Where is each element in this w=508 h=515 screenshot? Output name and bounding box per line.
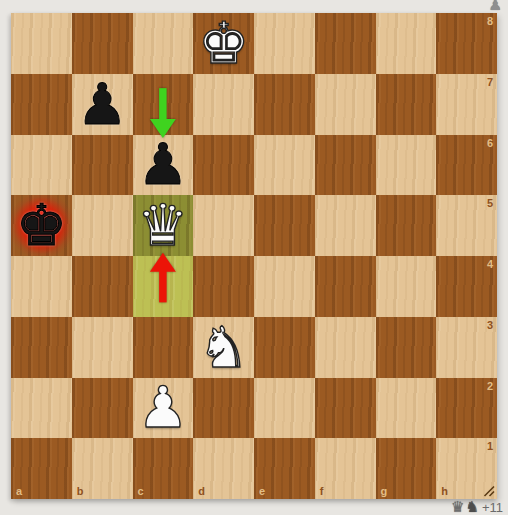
captured-pieces-top: ♟ (489, 0, 502, 13)
square-f6[interactable] (315, 135, 376, 196)
board-resize-handle[interactable] (483, 485, 495, 497)
file-label-d: d (198, 485, 205, 497)
chess-board[interactable]: ♚8♟7♟6♚♛54♞3♟2abcdefg1h (11, 13, 497, 499)
square-a1[interactable]: a (11, 438, 72, 499)
white-queen[interactable]: ♛ (133, 195, 194, 256)
square-b8[interactable] (72, 13, 133, 74)
square-g4[interactable] (376, 256, 437, 317)
square-h7[interactable]: 7 (436, 74, 497, 135)
square-e3[interactable] (254, 317, 315, 378)
square-g8[interactable] (376, 13, 437, 74)
square-c7[interactable] (133, 74, 194, 135)
square-e4[interactable] (254, 256, 315, 317)
square-c2[interactable]: ♟ (133, 378, 194, 439)
square-e7[interactable] (254, 74, 315, 135)
file-label-c: c (138, 485, 144, 497)
square-a6[interactable] (11, 135, 72, 196)
square-d8[interactable]: ♚ (193, 13, 254, 74)
square-h6[interactable]: 6 (436, 135, 497, 196)
square-d7[interactable] (193, 74, 254, 135)
rank-label-3: 3 (487, 319, 493, 331)
square-b4[interactable] (72, 256, 133, 317)
square-h2[interactable]: 2 (436, 378, 497, 439)
square-f4[interactable] (315, 256, 376, 317)
square-a7[interactable] (11, 74, 72, 135)
square-g3[interactable] (376, 317, 437, 378)
square-h4[interactable]: 4 (436, 256, 497, 317)
captured-queen-icon: ♛ (451, 500, 464, 515)
file-label-e: e (259, 485, 265, 497)
square-f1[interactable]: f (315, 438, 376, 499)
square-g6[interactable] (376, 135, 437, 196)
file-label-b: b (77, 485, 84, 497)
file-label-h: h (441, 485, 448, 497)
square-f5[interactable] (315, 195, 376, 256)
rank-label-5: 5 (487, 197, 493, 209)
square-e8[interactable] (254, 13, 315, 74)
square-d3[interactable]: ♞ (193, 317, 254, 378)
square-d4[interactable] (193, 256, 254, 317)
square-d1[interactable]: d (193, 438, 254, 499)
square-h8[interactable]: 8 (436, 13, 497, 74)
square-e5[interactable] (254, 195, 315, 256)
square-d5[interactable] (193, 195, 254, 256)
rank-label-2: 2 (487, 380, 493, 392)
square-a2[interactable] (11, 378, 72, 439)
file-label-a: a (16, 485, 22, 497)
rank-label-6: 6 (487, 137, 493, 149)
square-f2[interactable] (315, 378, 376, 439)
square-a8[interactable] (11, 13, 72, 74)
square-e6[interactable] (254, 135, 315, 196)
captured-knight-icon: ♞ (465, 500, 478, 515)
square-b3[interactable] (72, 317, 133, 378)
rank-label-4: 4 (487, 258, 493, 270)
file-label-f: f (320, 485, 324, 497)
square-b7[interactable]: ♟ (72, 74, 133, 135)
square-h5[interactable]: 5 (436, 195, 497, 256)
square-f8[interactable] (315, 13, 376, 74)
square-c8[interactable] (133, 13, 194, 74)
square-c3[interactable] (133, 317, 194, 378)
black-pawn[interactable]: ♟ (133, 135, 194, 196)
square-a5[interactable]: ♚ (11, 195, 72, 256)
white-king[interactable]: ♚ (193, 13, 254, 74)
square-a3[interactable] (11, 317, 72, 378)
square-b2[interactable] (72, 378, 133, 439)
square-h3[interactable]: 3 (436, 317, 497, 378)
square-e1[interactable]: e (254, 438, 315, 499)
square-b1[interactable]: b (72, 438, 133, 499)
white-knight[interactable]: ♞ (193, 317, 254, 378)
white-pawn[interactable]: ♟ (133, 378, 194, 439)
file-label-g: g (381, 485, 388, 497)
rank-label-8: 8 (487, 15, 493, 27)
captured-pawn-icon: ♟ (489, 0, 502, 13)
square-d2[interactable] (193, 378, 254, 439)
square-a4[interactable] (11, 256, 72, 317)
square-c5[interactable]: ♛ (133, 195, 194, 256)
square-g5[interactable] (376, 195, 437, 256)
black-king[interactable]: ♚ (11, 195, 72, 256)
material-advantage: +11 (482, 500, 503, 515)
square-f3[interactable] (315, 317, 376, 378)
square-e2[interactable] (254, 378, 315, 439)
square-g2[interactable] (376, 378, 437, 439)
square-f7[interactable] (315, 74, 376, 135)
page: { "game": "chess", "position": { "fen": … (0, 0, 508, 515)
captured-pieces-bottom: ♛ ♞ +11 (451, 499, 503, 515)
square-d6[interactable] (193, 135, 254, 196)
rank-label-7: 7 (487, 76, 493, 88)
square-g1[interactable]: g (376, 438, 437, 499)
rank-label-1: 1 (487, 440, 493, 452)
square-b6[interactable] (72, 135, 133, 196)
square-b5[interactable] (72, 195, 133, 256)
square-c1[interactable]: c (133, 438, 194, 499)
square-c6[interactable]: ♟ (133, 135, 194, 196)
square-g7[interactable] (376, 74, 437, 135)
square-c4[interactable] (133, 256, 194, 317)
black-pawn[interactable]: ♟ (72, 74, 133, 135)
